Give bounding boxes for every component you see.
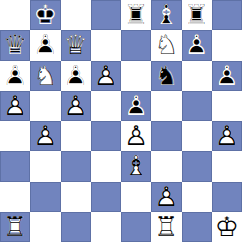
- square-h2[interactable]: [212, 182, 242, 212]
- black-bishop[interactable]: ♝♗: [151, 0, 181, 30]
- square-b3[interactable]: [30, 151, 60, 181]
- white-pawn-outline: ♙: [61, 91, 91, 121]
- square-c2[interactable]: [61, 182, 91, 212]
- black-rook-outline: ♖: [182, 0, 212, 30]
- black-pawn[interactable]: ♟♙: [212, 61, 242, 91]
- square-c3[interactable]: [61, 151, 91, 181]
- black-pawn-outline: ♙: [30, 30, 60, 60]
- black-king[interactable]: ♚♔: [30, 0, 60, 30]
- square-b4[interactable]: ♟♙: [30, 121, 60, 151]
- square-f8[interactable]: ♝♗: [151, 0, 181, 30]
- white-pawn-outline: ♙: [121, 121, 151, 151]
- white-king[interactable]: ♚♔: [212, 212, 242, 242]
- white-knight-outline: ♘: [151, 30, 181, 60]
- white-king-outline: ♔: [212, 212, 242, 242]
- square-g3[interactable]: [182, 151, 212, 181]
- square-a5[interactable]: ♟♙: [0, 91, 30, 121]
- black-queen[interactable]: ♛♕: [0, 30, 30, 60]
- square-g4[interactable]: [182, 121, 212, 151]
- square-f1[interactable]: ♜♖: [151, 212, 181, 242]
- white-pawn-outline: ♙: [30, 121, 60, 151]
- square-e7[interactable]: [121, 30, 151, 60]
- white-pawn-outline: ♙: [212, 121, 242, 151]
- square-e1[interactable]: [121, 212, 151, 242]
- white-rook[interactable]: ♜♖: [151, 212, 181, 242]
- white-pawn[interactable]: ♟♙: [91, 61, 121, 91]
- square-f6[interactable]: ♞♘: [151, 61, 181, 91]
- square-b6[interactable]: ♞♘: [30, 61, 60, 91]
- square-b2[interactable]: [30, 182, 60, 212]
- square-h8[interactable]: [212, 0, 242, 30]
- white-pawn-outline: ♙: [91, 61, 121, 91]
- black-pawn[interactable]: ♟♙: [182, 30, 212, 60]
- square-f7[interactable]: ♞♘: [151, 30, 181, 60]
- white-bishop-outline: ♗: [121, 151, 151, 181]
- square-h5[interactable]: [212, 91, 242, 121]
- square-d5[interactable]: [91, 91, 121, 121]
- square-e5[interactable]: ♟♙: [121, 91, 151, 121]
- square-a6[interactable]: ♟♙: [0, 61, 30, 91]
- square-d6[interactable]: ♟♙: [91, 61, 121, 91]
- white-rook-outline: ♖: [151, 212, 181, 242]
- black-queen-outline: ♕: [0, 30, 30, 60]
- black-pawn-outline: ♙: [121, 91, 151, 121]
- square-a2[interactable]: [0, 182, 30, 212]
- black-bishop-outline: ♗: [151, 0, 181, 30]
- white-knight[interactable]: ♞♘: [151, 30, 181, 60]
- square-g6[interactable]: [182, 61, 212, 91]
- black-rook-outline: ♖: [121, 0, 151, 30]
- square-c8[interactable]: [61, 0, 91, 30]
- square-c4[interactable]: [61, 121, 91, 151]
- white-pawn[interactable]: ♟♙: [30, 121, 60, 151]
- square-e6[interactable]: [121, 61, 151, 91]
- square-d7[interactable]: [91, 30, 121, 60]
- square-h4[interactable]: ♟♙: [212, 121, 242, 151]
- square-a7[interactable]: ♛♕: [0, 30, 30, 60]
- square-g8[interactable]: ♜♖: [182, 0, 212, 30]
- black-pawn[interactable]: ♟♙: [61, 61, 91, 91]
- white-bishop[interactable]: ♝♗: [121, 151, 151, 181]
- square-b8[interactable]: ♚♔: [30, 0, 60, 30]
- white-pawn-outline: ♙: [0, 91, 30, 121]
- square-c6[interactable]: ♟♙: [61, 61, 91, 91]
- square-g5[interactable]: [182, 91, 212, 121]
- square-f3[interactable]: [151, 151, 181, 181]
- white-knight-outline: ♘: [30, 61, 60, 91]
- square-h3[interactable]: [212, 151, 242, 181]
- square-f5[interactable]: [151, 91, 181, 121]
- square-f2[interactable]: ♟♙: [151, 182, 181, 212]
- black-knight[interactable]: ♞♘: [151, 61, 181, 91]
- square-g1[interactable]: [182, 212, 212, 242]
- square-b1[interactable]: [30, 212, 60, 242]
- white-queen[interactable]: ♛♕: [61, 30, 91, 60]
- square-g2[interactable]: [182, 182, 212, 212]
- black-pawn[interactable]: ♟♙: [121, 91, 151, 121]
- black-pawn[interactable]: ♟♙: [30, 30, 60, 60]
- square-e4[interactable]: ♟♙: [121, 121, 151, 151]
- square-d4[interactable]: [91, 121, 121, 151]
- square-g7[interactable]: ♟♙: [182, 30, 212, 60]
- white-pawn[interactable]: ♟♙: [61, 91, 91, 121]
- square-a4[interactable]: [0, 121, 30, 151]
- square-h7[interactable]: [212, 30, 242, 60]
- white-pawn[interactable]: ♟♙: [212, 121, 242, 151]
- square-c1[interactable]: [61, 212, 91, 242]
- black-pawn-outline: ♙: [182, 30, 212, 60]
- square-a3[interactable]: [0, 151, 30, 181]
- square-h1[interactable]: ♚♔: [212, 212, 242, 242]
- square-d8[interactable]: [91, 0, 121, 30]
- square-b7[interactable]: ♟♙: [30, 30, 60, 60]
- square-c7[interactable]: ♛♕: [61, 30, 91, 60]
- square-e2[interactable]: [121, 182, 151, 212]
- white-pawn[interactable]: ♟♙: [121, 121, 151, 151]
- square-h6[interactable]: ♟♙: [212, 61, 242, 91]
- square-a8[interactable]: [0, 0, 30, 30]
- square-d3[interactable]: [91, 151, 121, 181]
- chess-board: ♚♔♜♖♝♗♜♖♛♕♟♙♛♕♞♘♟♙♟♙♞♘♟♙♟♙♞♘♟♙♟♙♟♙♟♙♟♙♟♙…: [0, 0, 242, 242]
- square-f4[interactable]: [151, 121, 181, 151]
- square-d1[interactable]: [91, 212, 121, 242]
- black-pawn[interactable]: ♟♙: [0, 61, 30, 91]
- square-e8[interactable]: ♜♖: [121, 0, 151, 30]
- white-rook-outline: ♖: [0, 212, 30, 242]
- black-pawn-outline: ♙: [61, 61, 91, 91]
- square-c5[interactable]: ♟♙: [61, 91, 91, 121]
- square-d2[interactable]: [91, 182, 121, 212]
- white-pawn[interactable]: ♟♙: [0, 91, 30, 121]
- white-pawn[interactable]: ♟♙: [151, 182, 181, 212]
- white-rook[interactable]: ♜♖: [0, 212, 30, 242]
- black-rook[interactable]: ♜♖: [121, 0, 151, 30]
- black-king-outline: ♔: [30, 0, 60, 30]
- white-pawn-outline: ♙: [151, 182, 181, 212]
- black-pawn-outline: ♙: [212, 61, 242, 91]
- black-knight-outline: ♘: [151, 61, 181, 91]
- black-rook[interactable]: ♜♖: [182, 0, 212, 30]
- square-a1[interactable]: ♜♖: [0, 212, 30, 242]
- square-e3[interactable]: ♝♗: [121, 151, 151, 181]
- white-queen-outline: ♕: [61, 30, 91, 60]
- square-b5[interactable]: [30, 91, 60, 121]
- black-pawn-outline: ♙: [0, 61, 30, 91]
- white-knight[interactable]: ♞♘: [30, 61, 60, 91]
